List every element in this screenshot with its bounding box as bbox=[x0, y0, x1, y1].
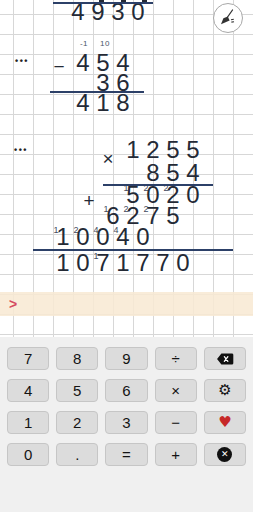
sum-line bbox=[103, 184, 213, 186]
key-subtract[interactable]: − bbox=[155, 411, 197, 434]
sheet-glyph: 0 bbox=[76, 251, 89, 275]
key-multiply[interactable]: × bbox=[155, 379, 197, 402]
sheet-glyph: 8 bbox=[116, 91, 129, 115]
sheet-glyph: 0 bbox=[176, 251, 189, 275]
sheet-glyph: − bbox=[53, 57, 64, 76]
sheet-glyph: 7 bbox=[156, 251, 169, 275]
sheet-glyph: 7 bbox=[136, 251, 149, 275]
key-9[interactable]: 9 bbox=[105, 347, 147, 370]
settings-button[interactable]: ⚙ bbox=[204, 379, 246, 402]
key-4[interactable]: 4 bbox=[7, 379, 49, 402]
key-2[interactable]: 2 bbox=[56, 411, 98, 434]
sum-line bbox=[53, 2, 153, 4]
sheet-glyph: 1 bbox=[96, 91, 109, 115]
worksheet: > 4930•••-110−45436418•••1255×8541225020… bbox=[0, 0, 253, 337]
sheet-glyph: 4 bbox=[76, 51, 89, 75]
prompt-arrow: > bbox=[9, 297, 17, 311]
close-icon: ✕ bbox=[217, 447, 232, 462]
key-3[interactable]: 3 bbox=[105, 411, 147, 434]
key-divide[interactable]: ÷ bbox=[155, 347, 197, 370]
sum-line bbox=[50, 91, 144, 93]
sheet-glyph: 1 bbox=[56, 225, 69, 249]
sheet-glyph: 10 bbox=[100, 40, 110, 48]
sheet-glyph: 0 bbox=[136, 225, 149, 249]
sheet-glyph: 0 bbox=[186, 183, 199, 207]
key-equals[interactable]: = bbox=[105, 443, 147, 466]
sheet-glyph: 1 bbox=[116, 251, 129, 275]
key-decimal[interactable]: . bbox=[56, 443, 98, 466]
broom-icon bbox=[218, 8, 238, 28]
sheet-glyph: + bbox=[83, 191, 94, 210]
backspace-button[interactable] bbox=[204, 347, 246, 370]
sheet-glyph: -1 bbox=[80, 40, 88, 48]
calc-menu-button[interactable]: ••• bbox=[14, 146, 28, 155]
key-6[interactable]: 6 bbox=[105, 379, 147, 402]
input-row[interactable]: > bbox=[0, 292, 253, 316]
key-1[interactable]: 1 bbox=[7, 411, 49, 434]
gear-icon: ⚙ bbox=[218, 383, 231, 398]
key-0[interactable]: 0 bbox=[7, 443, 49, 466]
sheet-glyph: 7 bbox=[96, 251, 109, 275]
sheet-glyph: 1 bbox=[126, 138, 139, 162]
backspace-icon bbox=[216, 353, 234, 365]
key-add[interactable]: + bbox=[155, 443, 197, 466]
key-5[interactable]: 5 bbox=[56, 379, 98, 402]
sheet-glyph: 4 bbox=[116, 225, 129, 249]
sheet-glyph: 4 bbox=[76, 91, 89, 115]
favorite-button[interactable]: ♥ bbox=[204, 411, 246, 434]
clear-button[interactable] bbox=[213, 3, 243, 33]
key-7[interactable]: 7 bbox=[7, 347, 49, 370]
sheet-glyph: 0 bbox=[96, 225, 109, 249]
close-button[interactable]: ✕ bbox=[204, 443, 246, 466]
calc-menu-button[interactable]: ••• bbox=[15, 57, 29, 66]
app-screen: > 4930•••-110−45436418•••1255×8541225020… bbox=[0, 0, 253, 512]
heart-icon: ♥ bbox=[218, 415, 231, 430]
sheet-glyph: × bbox=[102, 149, 113, 168]
sum-line bbox=[33, 249, 233, 251]
keypad: 789÷456×⚙123−♥0.=+✕ bbox=[0, 337, 253, 512]
cut-digit-stub bbox=[142, 0, 147, 2]
cut-digit-stub bbox=[121, 0, 126, 2]
sheet-glyph: 1 bbox=[56, 251, 69, 275]
sheet-glyph: 0 bbox=[76, 225, 89, 249]
key-8[interactable]: 8 bbox=[56, 347, 98, 370]
cut-digit-stub bbox=[99, 0, 104, 2]
sheet-glyph: 5 bbox=[166, 204, 179, 228]
